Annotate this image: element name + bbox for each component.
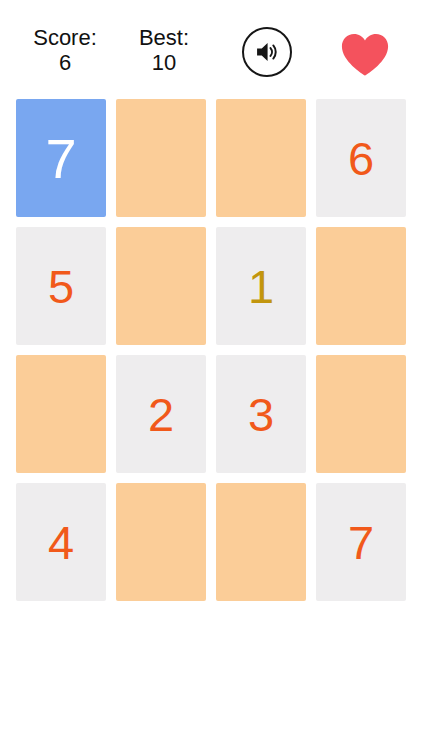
header-bar: Score: 6 Best: 10 xyxy=(0,0,422,99)
score-block: Score: 6 xyxy=(24,25,106,75)
grid-cell-r1c2[interactable]: 1 xyxy=(216,227,306,345)
grid-cell-r3c0[interactable]: 4 xyxy=(16,483,106,601)
grid-cell-r0c1[interactable] xyxy=(116,99,206,217)
score-value: 6 xyxy=(59,50,71,75)
grid-cell-r2c2[interactable]: 3 xyxy=(216,355,306,473)
grid-cell-r1c1[interactable] xyxy=(116,227,206,345)
best-block: Best: 10 xyxy=(132,25,196,75)
best-value: 10 xyxy=(152,50,176,75)
grid-cell-r3c3[interactable]: 7 xyxy=(316,483,406,601)
grid-cell-r0c2[interactable] xyxy=(216,99,306,217)
best-label: Best: xyxy=(139,25,189,50)
grid-cell-r2c1[interactable]: 2 xyxy=(116,355,206,473)
grid-cell-r1c0[interactable]: 5 xyxy=(16,227,106,345)
board: 76512347 xyxy=(16,99,406,601)
grid-cell-r2c3[interactable] xyxy=(316,355,406,473)
grid-cell-r0c3[interactable]: 6 xyxy=(316,99,406,217)
grid-cell-r0c0[interactable]: 7 xyxy=(16,99,106,217)
grid-cell-r3c1[interactable] xyxy=(116,483,206,601)
grid-cell-r3c2[interactable] xyxy=(216,483,306,601)
grid-cell-r1c3[interactable] xyxy=(316,227,406,345)
sound-toggle-button[interactable] xyxy=(242,27,292,77)
speaker-on-icon xyxy=(253,38,281,66)
grid-cell-r2c0[interactable] xyxy=(16,355,106,473)
heart-button[interactable] xyxy=(341,33,389,77)
heart-icon xyxy=(341,33,389,77)
score-label: Score: xyxy=(33,25,97,50)
game-screen: Score: 6 Best: 10 76512347 xyxy=(0,0,422,750)
